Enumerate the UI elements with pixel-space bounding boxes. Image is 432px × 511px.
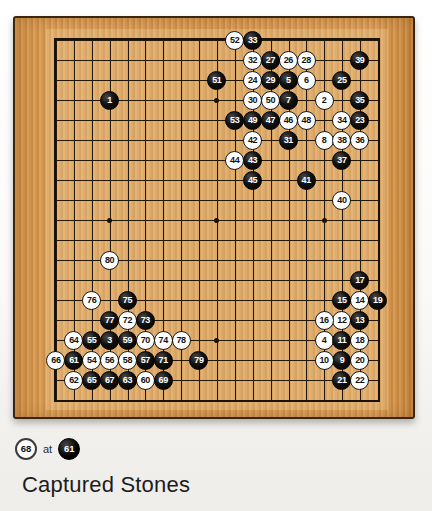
stone-33: 33: [243, 31, 262, 50]
page: 1234567891011121314151617181920212223242…: [0, 0, 432, 511]
stone-20: 20: [350, 351, 369, 370]
star-point: [322, 218, 327, 223]
stone-48: 48: [297, 111, 316, 130]
stone-38: 38: [332, 131, 351, 150]
stone-22: 22: [350, 371, 369, 390]
stone-75: 75: [118, 291, 137, 310]
stones-layer: 1234567891011121314151617181920212223242…: [47, 30, 387, 410]
stone-47: 47: [261, 111, 280, 130]
stone-62: 62: [64, 371, 83, 390]
stone-61: 61: [64, 351, 83, 370]
stone-9: 9: [332, 351, 351, 370]
stone-77: 77: [100, 311, 119, 330]
stone-49: 49: [243, 111, 262, 130]
stone-28: 28: [297, 51, 316, 70]
stone-44: 44: [225, 151, 244, 170]
stone-52: 52: [225, 31, 244, 50]
stone-18: 18: [350, 331, 369, 350]
stone-43: 43: [243, 151, 262, 170]
stone-30: 30: [243, 91, 262, 110]
star-point: [107, 218, 112, 223]
star-point: [214, 98, 219, 103]
stone-2: 2: [315, 91, 334, 110]
annotation-at-label: at: [43, 443, 52, 455]
stone-53: 53: [225, 111, 244, 130]
stone-37: 37: [332, 151, 351, 170]
stone-6: 6: [297, 71, 316, 90]
stone-71: 71: [154, 351, 173, 370]
stone-55: 55: [82, 331, 101, 350]
stone-59: 59: [118, 331, 137, 350]
page-title: Captured Stones: [22, 472, 190, 498]
stone-65: 65: [82, 371, 101, 390]
stone-34: 34: [332, 111, 351, 130]
stone-56: 56: [100, 351, 119, 370]
star-point: [214, 218, 219, 223]
star-point: [214, 338, 219, 343]
stone-24: 24: [243, 71, 262, 90]
stone-8: 8: [315, 131, 334, 150]
stone-35: 35: [350, 91, 369, 110]
stone-11: 11: [332, 331, 351, 350]
stone-25: 25: [332, 71, 351, 90]
stone-26: 26: [279, 51, 298, 70]
stone-60: 60: [136, 371, 155, 390]
stone-73: 73: [136, 311, 155, 330]
move-annotation: 68 at 61: [15, 437, 80, 460]
stone-36: 36: [350, 131, 369, 150]
stone-41: 41: [297, 171, 316, 190]
stone-39: 39: [350, 51, 369, 70]
stone-63: 63: [118, 371, 137, 390]
stone-45: 45: [243, 171, 262, 190]
stone-64: 64: [64, 331, 83, 350]
stone-27: 27: [261, 51, 280, 70]
stone-72: 72: [118, 311, 137, 330]
stone-40: 40: [332, 191, 351, 210]
stone-10: 10: [315, 351, 334, 370]
stone-14: 14: [350, 291, 369, 310]
stone-79: 79: [189, 351, 208, 370]
stone-12: 12: [332, 311, 351, 330]
stone-46: 46: [279, 111, 298, 130]
stone-66: 66: [46, 351, 65, 370]
stone-19: 19: [368, 291, 387, 310]
stone-54: 54: [82, 351, 101, 370]
stone-31: 31: [279, 131, 298, 150]
stone-69: 69: [154, 371, 173, 390]
stone-58: 58: [118, 351, 137, 370]
stone-51: 51: [207, 71, 226, 90]
stone-42: 42: [243, 131, 262, 150]
stone-1: 1: [100, 91, 119, 110]
stone-3: 3: [100, 331, 119, 350]
stone-7: 7: [279, 91, 298, 110]
go-board: 1234567891011121314151617181920212223242…: [13, 16, 415, 419]
stone-67: 67: [100, 371, 119, 390]
stone-4: 4: [315, 331, 334, 350]
stone-57: 57: [136, 351, 155, 370]
white-stone-icon: 68: [15, 438, 37, 460]
stone-76: 76: [82, 291, 101, 310]
stone-23: 23: [350, 111, 369, 130]
stone-5: 5: [279, 71, 298, 90]
stone-78: 78: [172, 331, 191, 350]
stone-21: 21: [332, 371, 351, 390]
stone-29: 29: [261, 71, 280, 90]
stone-74: 74: [154, 331, 173, 350]
stone-17: 17: [350, 271, 369, 290]
stone-13: 13: [350, 311, 369, 330]
stone-50: 50: [261, 91, 280, 110]
stone-80: 80: [100, 251, 119, 270]
stone-16: 16: [315, 311, 334, 330]
stone-70: 70: [136, 331, 155, 350]
black-stone-icon: 61: [58, 438, 80, 460]
stone-32: 32: [243, 51, 262, 70]
stone-15: 15: [332, 291, 351, 310]
